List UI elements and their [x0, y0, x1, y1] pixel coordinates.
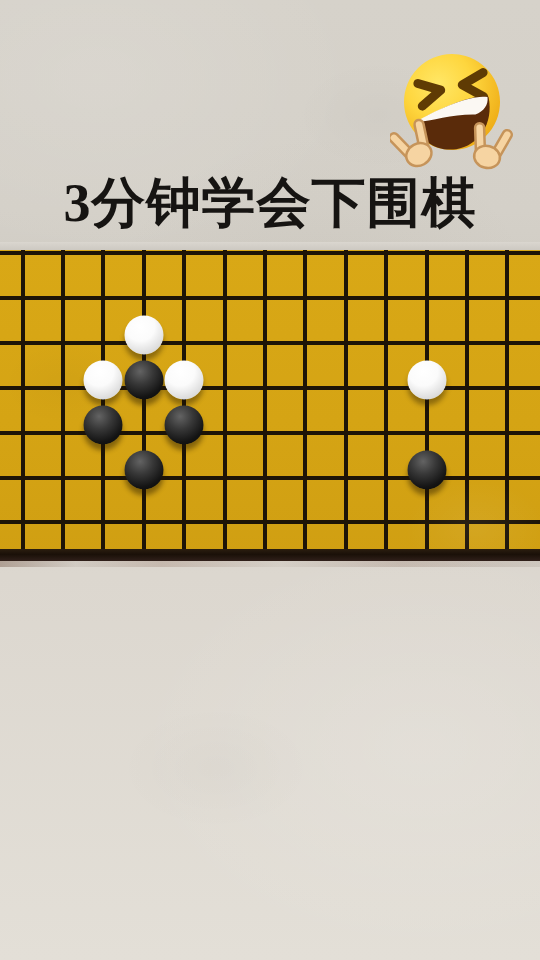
go-board — [0, 250, 540, 561]
black-stone — [407, 450, 446, 489]
board-bottom-shadow — [0, 561, 540, 567]
white-stone — [165, 360, 204, 399]
video-title: 3分钟学会下围棋 — [0, 174, 540, 233]
board-top-edge — [0, 242, 540, 250]
white-stone — [124, 315, 163, 354]
board-bottom-edge — [0, 549, 540, 561]
black-stone — [84, 405, 123, 444]
black-stone — [165, 405, 204, 444]
video-frame[interactable]: 3分钟学会下围棋 — [0, 0, 540, 960]
grid-line-horizontal — [0, 251, 540, 255]
laughing-emoji-sticker — [390, 46, 522, 172]
grid-line-horizontal — [0, 431, 540, 435]
grid-line-horizontal — [0, 386, 540, 390]
black-stone — [124, 360, 163, 399]
black-stone — [124, 450, 163, 489]
grid-line-horizontal — [0, 476, 540, 480]
grid-line-horizontal — [0, 341, 540, 345]
white-stone — [84, 360, 123, 399]
grid-line-horizontal — [0, 296, 540, 300]
grid-line-horizontal — [0, 520, 540, 524]
laughing-face-icon — [390, 46, 522, 172]
white-stone — [407, 360, 446, 399]
